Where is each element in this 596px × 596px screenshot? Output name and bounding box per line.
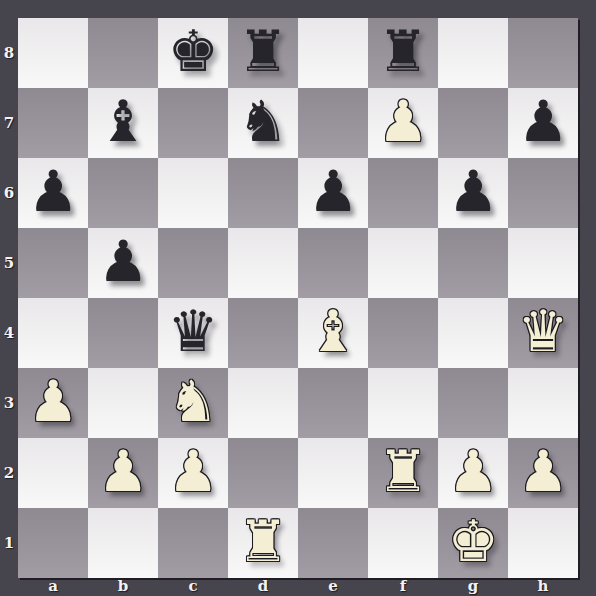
square-c6[interactable] [158,158,228,228]
square-f7[interactable]: ♟ [368,88,438,158]
file-label-a: a [18,578,88,596]
rank-label-1: 1 [0,508,18,578]
square-f3[interactable] [368,368,438,438]
square-c5[interactable] [158,228,228,298]
square-d2[interactable] [228,438,298,508]
square-b4[interactable] [88,298,158,368]
rank-label-4: 4 [0,298,18,368]
square-c7[interactable] [158,88,228,158]
square-g3[interactable] [438,368,508,438]
square-d3[interactable] [228,368,298,438]
square-b1[interactable] [88,508,158,578]
square-a5[interactable] [18,228,88,298]
square-d6[interactable] [228,158,298,228]
square-e1[interactable] [298,508,368,578]
square-h6[interactable] [508,158,578,228]
square-e8[interactable] [298,18,368,88]
piece-black-queen[interactable]: ♛ [158,298,228,368]
square-f5[interactable] [368,228,438,298]
square-b3[interactable] [88,368,158,438]
piece-black-knight[interactable]: ♞ [228,88,298,158]
square-h7[interactable]: ♟ [508,88,578,158]
board-frame: 87654321 abcdefgh ♚♜♜♝♞♟♟♟♟♟♟♛♝♛♟♞♟♟♜♟♟♜… [0,0,596,596]
piece-white-pawn[interactable]: ♟ [508,438,578,508]
square-g4[interactable] [438,298,508,368]
piece-white-pawn[interactable]: ♟ [18,368,88,438]
square-f4[interactable] [368,298,438,368]
piece-black-rook[interactable]: ♜ [368,18,438,88]
square-c3[interactable]: ♞ [158,368,228,438]
file-label-f: f [368,578,438,596]
square-f6[interactable] [368,158,438,228]
square-b7[interactable]: ♝ [88,88,158,158]
square-e2[interactable] [298,438,368,508]
square-b5[interactable]: ♟ [88,228,158,298]
square-a2[interactable] [18,438,88,508]
rank-label-6: 6 [0,158,18,228]
file-label-e: e [298,578,368,596]
square-f1[interactable] [368,508,438,578]
piece-white-bishop[interactable]: ♝ [298,298,368,368]
square-e4[interactable]: ♝ [298,298,368,368]
square-a4[interactable] [18,298,88,368]
piece-white-knight[interactable]: ♞ [158,368,228,438]
square-h1[interactable] [508,508,578,578]
piece-white-rook[interactable]: ♜ [228,508,298,578]
square-a8[interactable] [18,18,88,88]
file-label-c: c [158,578,228,596]
piece-white-pawn[interactable]: ♟ [438,438,508,508]
square-h2[interactable]: ♟ [508,438,578,508]
piece-white-pawn[interactable]: ♟ [368,88,438,158]
rank-label-2: 2 [0,438,18,508]
square-a6[interactable]: ♟ [18,158,88,228]
square-a7[interactable] [18,88,88,158]
square-c2[interactable]: ♟ [158,438,228,508]
piece-black-pawn[interactable]: ♟ [88,228,158,298]
file-labels: abcdefgh [18,578,578,596]
piece-black-pawn[interactable]: ♟ [438,158,508,228]
square-d1[interactable]: ♜ [228,508,298,578]
rank-labels: 87654321 [0,18,18,578]
square-f2[interactable]: ♜ [368,438,438,508]
file-label-b: b [88,578,158,596]
rank-label-8: 8 [0,18,18,88]
piece-white-queen[interactable]: ♛ [508,298,578,368]
chess-board: ♚♜♜♝♞♟♟♟♟♟♟♛♝♛♟♞♟♟♜♟♟♜♚ [18,18,578,578]
file-label-d: d [228,578,298,596]
square-a1[interactable] [18,508,88,578]
piece-black-king[interactable]: ♚ [158,18,228,88]
square-e3[interactable] [298,368,368,438]
square-g8[interactable] [438,18,508,88]
piece-white-pawn[interactable]: ♟ [88,438,158,508]
square-g7[interactable] [438,88,508,158]
square-d8[interactable]: ♜ [228,18,298,88]
rank-label-5: 5 [0,228,18,298]
piece-black-rook[interactable]: ♜ [228,18,298,88]
square-g1[interactable]: ♚ [438,508,508,578]
piece-black-pawn[interactable]: ♟ [298,158,368,228]
square-b2[interactable]: ♟ [88,438,158,508]
rank-label-7: 7 [0,88,18,158]
square-a3[interactable]: ♟ [18,368,88,438]
piece-white-rook[interactable]: ♜ [368,438,438,508]
square-e5[interactable] [298,228,368,298]
piece-black-pawn[interactable]: ♟ [18,158,88,228]
square-g6[interactable]: ♟ [438,158,508,228]
piece-white-pawn[interactable]: ♟ [158,438,228,508]
square-d5[interactable] [228,228,298,298]
file-label-g: g [438,578,508,596]
square-g2[interactable]: ♟ [438,438,508,508]
square-f8[interactable]: ♜ [368,18,438,88]
square-h8[interactable] [508,18,578,88]
square-b6[interactable] [88,158,158,228]
square-c4[interactable]: ♛ [158,298,228,368]
square-c1[interactable] [158,508,228,578]
piece-black-pawn[interactable]: ♟ [508,88,578,158]
square-e7[interactable] [298,88,368,158]
square-h5[interactable] [508,228,578,298]
square-h3[interactable] [508,368,578,438]
file-label-h: h [508,578,578,596]
square-c8[interactable]: ♚ [158,18,228,88]
square-d4[interactable] [228,298,298,368]
piece-black-bishop[interactable]: ♝ [88,88,158,158]
rank-label-3: 3 [0,368,18,438]
square-e6[interactable]: ♟ [298,158,368,228]
square-h4[interactable]: ♛ [508,298,578,368]
square-b8[interactable] [88,18,158,88]
square-d7[interactable]: ♞ [228,88,298,158]
piece-white-king[interactable]: ♚ [438,508,508,578]
square-g5[interactable] [438,228,508,298]
